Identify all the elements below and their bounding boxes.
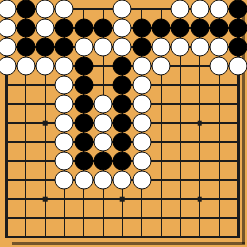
- white-stone: [94, 133, 113, 152]
- black-stone: [94, 152, 113, 171]
- white-stone: [16, 57, 35, 76]
- black-stone: [113, 95, 132, 114]
- black-stone: [210, 19, 229, 38]
- black-stone: [94, 19, 113, 38]
- black-stone: [113, 152, 132, 171]
- white-stone: [55, 114, 74, 133]
- white-stone: [113, 171, 132, 190]
- black-stone: [16, 0, 35, 19]
- white-stone: [152, 57, 171, 76]
- white-stone: [55, 133, 74, 152]
- black-stone: [16, 38, 35, 57]
- white-stone: [171, 38, 190, 57]
- black-stone: [229, 38, 247, 57]
- black-stone: [74, 95, 93, 114]
- white-stone: [94, 38, 113, 57]
- black-stone: [55, 19, 74, 38]
- black-stone: [132, 19, 151, 38]
- white-stone: [190, 0, 209, 19]
- white-stone: [229, 57, 247, 76]
- black-stone: [74, 19, 93, 38]
- white-stone: [210, 0, 229, 19]
- go-board-screenshot: [0, 0, 247, 247]
- white-stone: [113, 0, 132, 19]
- black-stone: [113, 114, 132, 133]
- black-stone: [113, 57, 132, 76]
- black-stone: [16, 19, 35, 38]
- white-stone: [94, 95, 113, 114]
- black-stone: [152, 19, 171, 38]
- star-point: [43, 121, 48, 126]
- white-stone: [55, 171, 74, 190]
- white-stone: [36, 57, 55, 76]
- white-stone: [94, 171, 113, 190]
- white-stone: [94, 114, 113, 133]
- board-border-line: [5, 236, 239, 238]
- go-board-13x13[interactable]: [0, 0, 247, 247]
- white-stone: [113, 38, 132, 57]
- black-stone: [229, 19, 247, 38]
- white-stone: [55, 95, 74, 114]
- white-stone: [132, 76, 151, 95]
- black-stone: [36, 38, 55, 57]
- white-stone: [0, 38, 16, 57]
- white-stone: [113, 19, 132, 38]
- white-stone: [210, 38, 229, 57]
- black-stone: [74, 76, 93, 95]
- white-stone: [190, 38, 209, 57]
- white-stone: [132, 114, 151, 133]
- white-stone: [55, 152, 74, 171]
- star-point: [198, 197, 203, 202]
- white-stone: [36, 0, 55, 19]
- grid-line-horizontal: [5, 217, 239, 218]
- black-stone: [132, 38, 151, 57]
- star-point: [120, 197, 125, 202]
- black-stone: [74, 152, 93, 171]
- white-stone: [171, 0, 190, 19]
- white-stone: [55, 0, 74, 19]
- black-stone: [74, 133, 93, 152]
- white-stone: [55, 57, 74, 76]
- star-point: [43, 197, 48, 202]
- black-stone: [171, 19, 190, 38]
- white-stone: [0, 0, 16, 19]
- black-stone: [113, 133, 132, 152]
- board-shadow-bottom: [12, 242, 245, 245]
- white-stone: [132, 133, 151, 152]
- white-stone: [132, 95, 151, 114]
- white-stone: [36, 19, 55, 38]
- white-stone: [132, 152, 151, 171]
- white-stone: [132, 171, 151, 190]
- black-stone: [74, 57, 93, 76]
- black-stone: [190, 19, 209, 38]
- white-stone: [210, 57, 229, 76]
- white-stone: [0, 19, 16, 38]
- black-stone: [74, 114, 93, 133]
- black-stone: [55, 38, 74, 57]
- white-stone: [0, 57, 16, 76]
- star-point: [198, 121, 203, 126]
- white-stone: [132, 57, 151, 76]
- black-stone: [113, 76, 132, 95]
- white-stone: [152, 38, 171, 57]
- white-stone: [74, 38, 93, 57]
- black-stone: [229, 0, 247, 19]
- white-stone: [74, 171, 93, 190]
- white-stone: [55, 76, 74, 95]
